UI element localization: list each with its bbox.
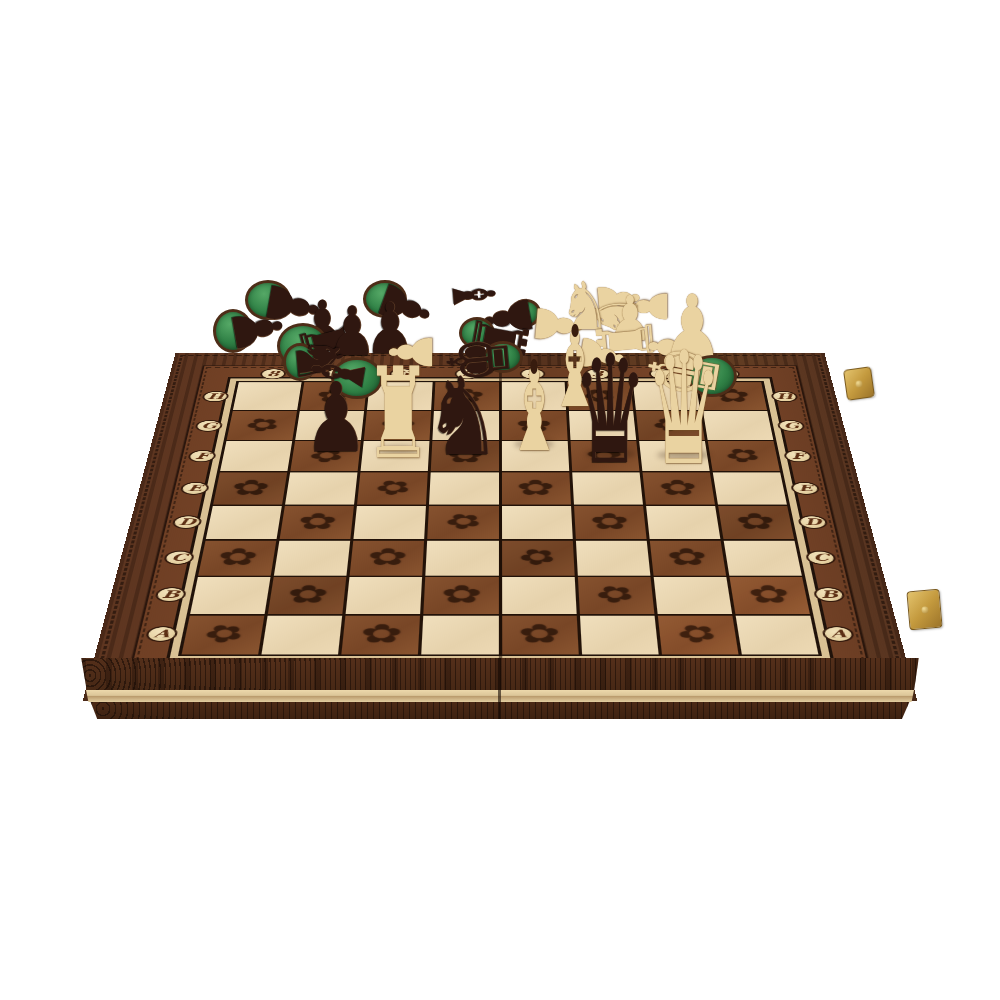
pieces-layer: ♟♜♞♝♝♛♛♞♟♟♟♟♟♟♟♜♝♟♞♜♚♟♝♟♚♜♞♟♟♟♟♟ bbox=[0, 0, 1000, 1000]
piece-dark-queen: ♛ bbox=[573, 335, 647, 485]
piece-dark-knight: ♞ bbox=[424, 363, 501, 471]
piece-dark-pawn: ♟ bbox=[304, 370, 369, 466]
piece-white-bishop: ♝ bbox=[506, 353, 563, 468]
bishop-dark-tip bbox=[530, 359, 538, 374]
piece-white-queen: ♛ bbox=[646, 331, 723, 487]
scene: 88HH77GG66FF55EE44DD33CC22BB11AA ♟♜♞♝♝♛♛… bbox=[0, 0, 1000, 1000]
piece-white-rook: ♜ bbox=[364, 351, 431, 476]
product-photo-stage: 88HH77GG66FF55EE44DD33CC22BB11AA ♟♜♞♝♝♛♛… bbox=[0, 0, 1000, 1000]
